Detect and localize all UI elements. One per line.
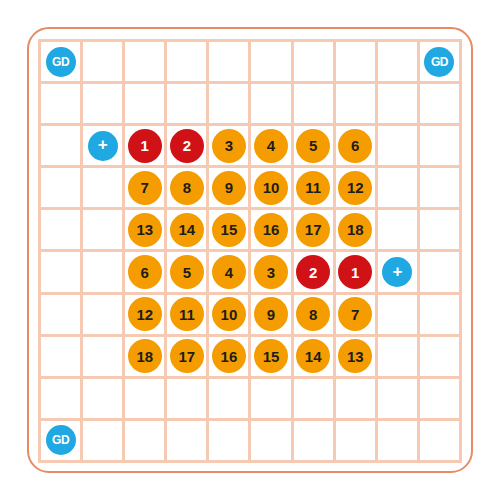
cell-r10c8 <box>336 421 375 460</box>
cell-r7c4: 11 <box>167 295 206 334</box>
board-grid: GDGD+123456789101112131415161718654321+1… <box>38 39 462 463</box>
cell-r2c6 <box>251 84 290 123</box>
cell-r10c6 <box>251 421 290 460</box>
cell-r1c7 <box>294 42 333 81</box>
cell-r6c10 <box>420 252 459 291</box>
game-page: GDGD+123456789101112131415161718654321+1… <box>0 0 500 500</box>
cell-r5c7: 17 <box>294 210 333 249</box>
token-orange-8[interactable]: 8 <box>170 171 204 205</box>
cell-r6c4: 5 <box>167 252 206 291</box>
cell-r9c8 <box>336 379 375 418</box>
cell-r2c10 <box>420 84 459 123</box>
token-orange-7[interactable]: 7 <box>128 171 162 205</box>
cell-r10c9 <box>378 421 417 460</box>
token-plus[interactable]: + <box>88 131 118 161</box>
cell-r6c1 <box>41 252 80 291</box>
cell-r6c6: 3 <box>251 252 290 291</box>
cell-r9c5 <box>209 379 248 418</box>
cell-r4c10 <box>420 168 459 207</box>
cell-r6c7: 2 <box>294 252 333 291</box>
cell-r6c2 <box>83 252 122 291</box>
cell-r7c6: 9 <box>251 295 290 334</box>
cell-r7c9 <box>378 295 417 334</box>
cell-r1c4 <box>167 42 206 81</box>
token-orange-4[interactable]: 4 <box>254 129 288 163</box>
cell-r1c9 <box>378 42 417 81</box>
cell-r8c9 <box>378 337 417 376</box>
token-orange-14[interactable]: 14 <box>170 213 204 247</box>
cell-r6c5: 4 <box>209 252 248 291</box>
cell-r9c4 <box>167 379 206 418</box>
cell-r4c2 <box>83 168 122 207</box>
cell-r4c1 <box>41 168 80 207</box>
cell-r3c4: 2 <box>167 126 206 165</box>
token-orange-3[interactable]: 3 <box>254 255 288 289</box>
cell-r8c1 <box>41 337 80 376</box>
cell-r8c6: 15 <box>251 337 290 376</box>
cell-r4c4: 8 <box>167 168 206 207</box>
token-orange-18[interactable]: 18 <box>128 339 162 373</box>
token-orange-16[interactable]: 16 <box>254 213 288 247</box>
cell-r7c7: 8 <box>294 295 333 334</box>
cell-r5c9 <box>378 210 417 249</box>
cell-r5c4: 14 <box>167 210 206 249</box>
cell-r8c2 <box>83 337 122 376</box>
cell-r6c8: 1 <box>336 252 375 291</box>
cell-r3c10 <box>420 126 459 165</box>
cell-r4c6: 10 <box>251 168 290 207</box>
cell-r4c5: 9 <box>209 168 248 207</box>
cell-r10c1: GD <box>41 421 80 460</box>
token-plus[interactable]: + <box>382 257 412 287</box>
cell-r4c3: 7 <box>125 168 164 207</box>
token-orange-10[interactable]: 10 <box>212 297 246 331</box>
cell-r2c1 <box>41 84 80 123</box>
cell-r7c1 <box>41 295 80 334</box>
cell-r7c5: 10 <box>209 295 248 334</box>
cell-r8c7: 14 <box>294 337 333 376</box>
token-orange-14[interactable]: 14 <box>296 339 330 373</box>
token-orange-4[interactable]: 4 <box>212 255 246 289</box>
token-orange-12[interactable]: 12 <box>338 171 372 205</box>
token-gd[interactable]: GD <box>46 425 76 455</box>
token-gd[interactable]: GD <box>46 47 76 77</box>
cell-r2c4 <box>167 84 206 123</box>
cell-r5c5: 15 <box>209 210 248 249</box>
token-orange-5[interactable]: 5 <box>170 255 204 289</box>
cell-r3c8: 6 <box>336 126 375 165</box>
token-red-1[interactable]: 1 <box>128 129 162 163</box>
cell-r1c6 <box>251 42 290 81</box>
token-orange-15[interactable]: 15 <box>212 213 246 247</box>
token-orange-17[interactable]: 17 <box>296 213 330 247</box>
cell-r3c6: 4 <box>251 126 290 165</box>
token-orange-6[interactable]: 6 <box>338 129 372 163</box>
cell-r2c7 <box>294 84 333 123</box>
cell-r9c2 <box>83 379 122 418</box>
cell-r1c3 <box>125 42 164 81</box>
cell-r8c5: 16 <box>209 337 248 376</box>
cell-r2c9 <box>378 84 417 123</box>
token-orange-18[interactable]: 18 <box>338 213 372 247</box>
cell-r9c9 <box>378 379 417 418</box>
token-orange-15[interactable]: 15 <box>254 339 288 373</box>
cell-r2c2 <box>83 84 122 123</box>
cell-r9c1 <box>41 379 80 418</box>
cell-r10c4 <box>167 421 206 460</box>
token-orange-9[interactable]: 9 <box>212 171 246 205</box>
cell-r5c6: 16 <box>251 210 290 249</box>
cell-r9c10 <box>420 379 459 418</box>
cell-r1c8 <box>336 42 375 81</box>
cell-r6c3: 6 <box>125 252 164 291</box>
token-orange-5[interactable]: 5 <box>296 129 330 163</box>
cell-r5c3: 13 <box>125 210 164 249</box>
cell-r1c1: GD <box>41 42 80 81</box>
cell-r8c10 <box>420 337 459 376</box>
cell-r4c8: 12 <box>336 168 375 207</box>
cell-r7c3: 12 <box>125 295 164 334</box>
token-orange-12[interactable]: 12 <box>128 297 162 331</box>
cell-r3c3: 1 <box>125 126 164 165</box>
cell-r10c10 <box>420 421 459 460</box>
cell-r10c3 <box>125 421 164 460</box>
cell-r7c8: 7 <box>336 295 375 334</box>
cell-r3c9 <box>378 126 417 165</box>
cell-r3c5: 3 <box>209 126 248 165</box>
token-orange-3[interactable]: 3 <box>212 129 246 163</box>
cell-r3c2: + <box>83 126 122 165</box>
token-orange-8[interactable]: 8 <box>296 297 330 331</box>
cell-r7c10 <box>420 295 459 334</box>
cell-r9c6 <box>251 379 290 418</box>
token-orange-16[interactable]: 16 <box>212 339 246 373</box>
cell-r1c10: GD <box>420 42 459 81</box>
cell-r9c7 <box>294 379 333 418</box>
cell-r6c9: + <box>378 252 417 291</box>
token-red-2[interactable]: 2 <box>170 129 204 163</box>
token-orange-17[interactable]: 17 <box>170 339 204 373</box>
token-orange-10[interactable]: 10 <box>254 171 288 205</box>
cell-r1c5 <box>209 42 248 81</box>
token-orange-9[interactable]: 9 <box>254 297 288 331</box>
cell-r5c10 <box>420 210 459 249</box>
cell-r3c7: 5 <box>294 126 333 165</box>
token-orange-11[interactable]: 11 <box>296 171 330 205</box>
cell-r9c3 <box>125 379 164 418</box>
cell-r5c2 <box>83 210 122 249</box>
cell-r5c8: 18 <box>336 210 375 249</box>
token-orange-13[interactable]: 13 <box>338 339 372 373</box>
cell-r8c8: 13 <box>336 337 375 376</box>
cell-r8c3: 18 <box>125 337 164 376</box>
cell-r2c3 <box>125 84 164 123</box>
cell-r1c2 <box>83 42 122 81</box>
cell-r3c1 <box>41 126 80 165</box>
token-red-2[interactable]: 2 <box>296 255 330 289</box>
cell-r8c4: 17 <box>167 337 206 376</box>
token-orange-6[interactable]: 6 <box>128 255 162 289</box>
cell-r10c2 <box>83 421 122 460</box>
cell-r7c2 <box>83 295 122 334</box>
token-orange-7[interactable]: 7 <box>338 297 372 331</box>
token-gd[interactable]: GD <box>424 47 454 77</box>
cell-r4c7: 11 <box>294 168 333 207</box>
cell-r10c7 <box>294 421 333 460</box>
token-red-1[interactable]: 1 <box>338 255 372 289</box>
cell-r2c8 <box>336 84 375 123</box>
cell-r10c5 <box>209 421 248 460</box>
token-orange-11[interactable]: 11 <box>170 297 204 331</box>
token-orange-13[interactable]: 13 <box>128 213 162 247</box>
cell-r4c9 <box>378 168 417 207</box>
cell-r2c5 <box>209 84 248 123</box>
cell-r5c1 <box>41 210 80 249</box>
